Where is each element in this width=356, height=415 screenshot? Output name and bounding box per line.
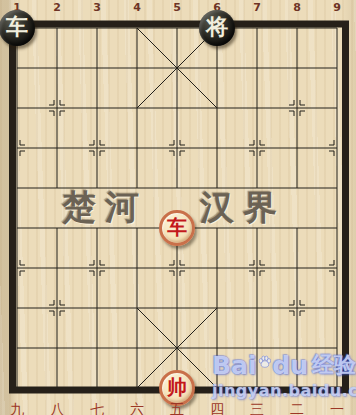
- file-labels-bottom: 九八七六五四三二一: [0, 401, 356, 415]
- xiangqi-board-screen: 123456789 楚河 汉界 车将车帅 Bai du 经验 jingyan.b…: [0, 0, 356, 415]
- file-label-bottom: 九: [0, 401, 37, 415]
- baidu-watermark-url: jingyan.baidu.com: [212, 383, 356, 399]
- file-label-bottom: 八: [37, 401, 77, 415]
- file-label-bottom: 四: [197, 401, 237, 415]
- baidu-logo-du: du: [272, 353, 308, 378]
- baidu-logo-jingyan: 经验: [312, 354, 356, 376]
- file-label-bottom: 一: [317, 401, 356, 415]
- piece-glyph: 帅: [167, 374, 187, 401]
- baidu-watermark: Bai du 经验 jingyan.baidu.com: [212, 350, 356, 399]
- piece-red-chariot[interactable]: 车: [159, 210, 195, 246]
- baidu-logo-bai: Bai: [212, 353, 257, 378]
- piece-glyph: 将: [206, 12, 228, 42]
- piece-glyph: 车: [6, 12, 28, 42]
- file-label-bottom: 五: [157, 401, 197, 415]
- file-label-bottom: 三: [237, 401, 277, 415]
- board-grid-pieces[interactable]: 车将车帅: [0, 8, 356, 408]
- baidu-logo: Bai du 经验: [212, 350, 356, 380]
- piece-glyph: 车: [167, 214, 187, 241]
- piece-black-chariot[interactable]: 车: [0, 10, 35, 46]
- file-label-bottom: 六: [117, 401, 157, 415]
- piece-black-general[interactable]: 将: [199, 10, 235, 46]
- baidu-paw-icon: [258, 350, 272, 374]
- file-label-bottom: 七: [77, 401, 117, 415]
- file-label-bottom: 二: [277, 401, 317, 415]
